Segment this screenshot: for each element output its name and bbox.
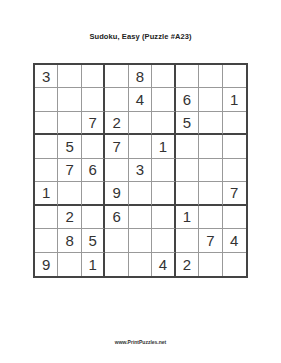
cell-r5c5: 3 bbox=[129, 159, 152, 182]
cell-r4c7 bbox=[176, 135, 199, 158]
cell-r1c4 bbox=[105, 65, 128, 88]
cell-r3c7: 5 bbox=[176, 112, 199, 135]
cell-r8c8: 7 bbox=[199, 229, 222, 252]
cell-r3c9 bbox=[223, 112, 246, 135]
cell-r4c5 bbox=[129, 135, 152, 158]
cell-r1c1: 3 bbox=[35, 65, 58, 88]
cell-r9c9 bbox=[223, 253, 246, 276]
cell-r5c3: 6 bbox=[82, 159, 105, 182]
cell-r7c6 bbox=[152, 206, 175, 229]
cell-r4c2: 5 bbox=[58, 135, 81, 158]
cell-r7c2: 2 bbox=[58, 206, 81, 229]
cell-r7c5 bbox=[129, 206, 152, 229]
cell-r1c7 bbox=[176, 65, 199, 88]
cell-r7c3 bbox=[82, 206, 105, 229]
cell-r6c6 bbox=[152, 182, 175, 205]
cell-r4c9 bbox=[223, 135, 246, 158]
cell-r2c7: 6 bbox=[176, 88, 199, 111]
cell-r6c9: 7 bbox=[223, 182, 246, 205]
cell-r2c6 bbox=[152, 88, 175, 111]
cell-r2c5: 4 bbox=[129, 88, 152, 111]
cell-r2c3 bbox=[82, 88, 105, 111]
cell-r9c2 bbox=[58, 253, 81, 276]
cell-r2c4 bbox=[105, 88, 128, 111]
cell-r8c1 bbox=[35, 229, 58, 252]
cell-r8c6 bbox=[152, 229, 175, 252]
footer-url: www.PrintPuzzles.net bbox=[0, 338, 281, 347]
cell-r3c6 bbox=[152, 112, 175, 135]
cell-r3c5 bbox=[129, 112, 152, 135]
cell-r1c2 bbox=[58, 65, 81, 88]
cell-r1c8 bbox=[199, 65, 222, 88]
cell-r9c3: 1 bbox=[82, 253, 105, 276]
cell-r5c1 bbox=[35, 159, 58, 182]
cell-r5c2: 7 bbox=[58, 159, 81, 182]
cell-r4c6: 1 bbox=[152, 135, 175, 158]
cell-r5c6 bbox=[152, 159, 175, 182]
cell-r6c4: 9 bbox=[105, 182, 128, 205]
cell-r2c2 bbox=[58, 88, 81, 111]
cell-r9c5 bbox=[129, 253, 152, 276]
cell-r8c5 bbox=[129, 229, 152, 252]
cell-r3c4: 2 bbox=[105, 112, 128, 135]
cell-r3c2 bbox=[58, 112, 81, 135]
cell-r4c8 bbox=[199, 135, 222, 158]
cell-r2c1 bbox=[35, 88, 58, 111]
cell-r4c3 bbox=[82, 135, 105, 158]
cell-r4c1 bbox=[35, 135, 58, 158]
cell-r1c3 bbox=[82, 65, 105, 88]
cell-r5c4 bbox=[105, 159, 128, 182]
cell-r6c5 bbox=[129, 182, 152, 205]
cell-r3c1 bbox=[35, 112, 58, 135]
cell-r7c1 bbox=[35, 206, 58, 229]
cell-r6c2 bbox=[58, 182, 81, 205]
cell-r8c7 bbox=[176, 229, 199, 252]
cell-r3c8 bbox=[199, 112, 222, 135]
cell-r5c8 bbox=[199, 159, 222, 182]
cell-r9c4 bbox=[105, 253, 128, 276]
cell-r4c4: 7 bbox=[105, 135, 128, 158]
cell-r6c3 bbox=[82, 182, 105, 205]
cell-r7c7: 1 bbox=[176, 206, 199, 229]
cell-r6c1: 1 bbox=[35, 182, 58, 205]
cell-r9c6: 4 bbox=[152, 253, 175, 276]
cell-r2c8 bbox=[199, 88, 222, 111]
cell-r8c4 bbox=[105, 229, 128, 252]
cell-r7c4: 6 bbox=[105, 206, 128, 229]
cell-r9c7: 2 bbox=[176, 253, 199, 276]
page-title: Sudoku, Easy (Puzzle #A23) bbox=[0, 31, 281, 43]
cell-r1c6 bbox=[152, 65, 175, 88]
cell-r7c9 bbox=[223, 206, 246, 229]
cell-r1c5: 8 bbox=[129, 65, 152, 88]
cell-r7c8 bbox=[199, 206, 222, 229]
cell-r6c7 bbox=[176, 182, 199, 205]
cell-r6c8 bbox=[199, 182, 222, 205]
sudoku-grid: 3846172557176319726185749142 bbox=[33, 63, 248, 278]
cell-r1c9 bbox=[223, 65, 246, 88]
cell-r8c2: 8 bbox=[58, 229, 81, 252]
cell-r3c3: 7 bbox=[82, 112, 105, 135]
cell-r2c9: 1 bbox=[223, 88, 246, 111]
cell-r5c7 bbox=[176, 159, 199, 182]
cell-r8c3: 5 bbox=[82, 229, 105, 252]
cell-r9c8 bbox=[199, 253, 222, 276]
cell-r9c1: 9 bbox=[35, 253, 58, 276]
cell-r5c9 bbox=[223, 159, 246, 182]
cell-r8c9: 4 bbox=[223, 229, 246, 252]
